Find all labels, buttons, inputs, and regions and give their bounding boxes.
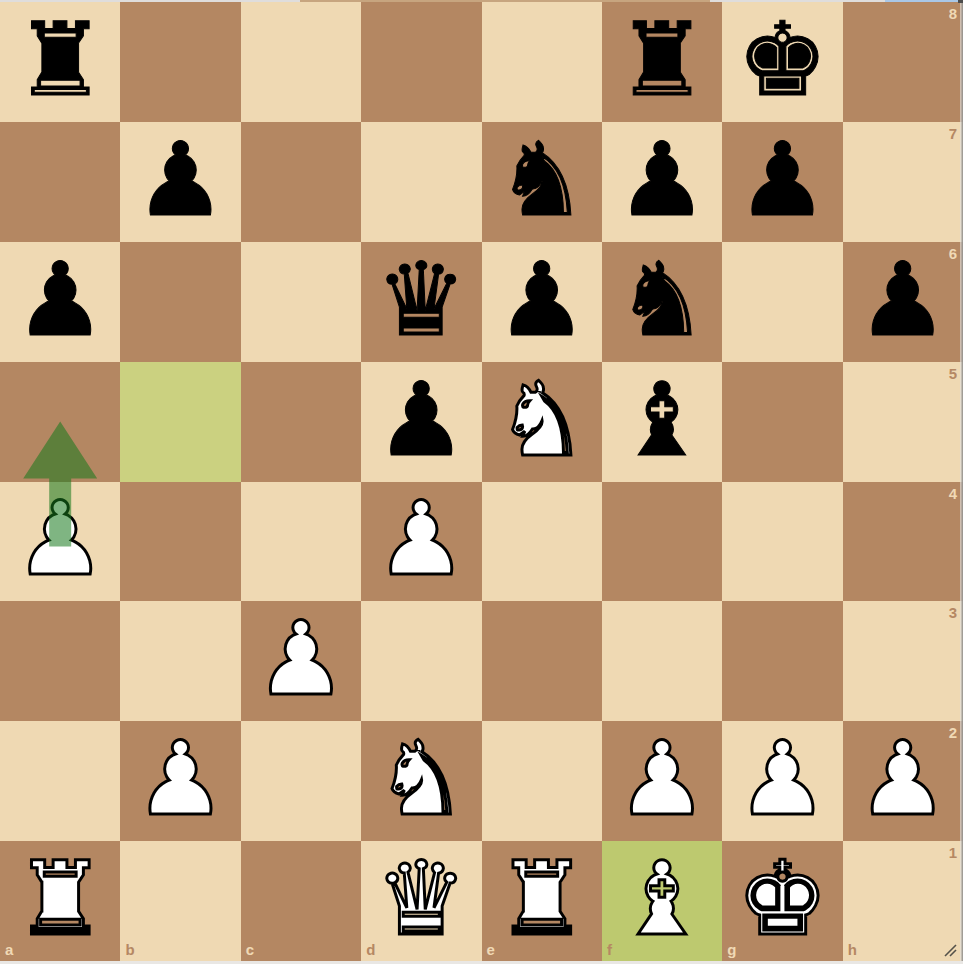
square-b4[interactable] <box>120 482 240 602</box>
rank-label-6: 6 <box>949 246 957 261</box>
square-a5[interactable] <box>0 362 120 482</box>
square-h5[interactable]: 5 <box>843 362 963 482</box>
file-label-e: e <box>487 942 495 957</box>
rank-label-4: 4 <box>949 486 957 501</box>
square-a4[interactable]: ♟ <box>0 482 120 602</box>
piece-black-r[interactable]: ♜ <box>14 9 105 111</box>
piece-white-p[interactable]: ♟ <box>857 728 948 830</box>
piece-white-p[interactable]: ♟ <box>737 728 828 830</box>
piece-white-n[interactable]: ♞ <box>496 369 587 471</box>
square-f3[interactable] <box>602 601 722 721</box>
square-f6[interactable]: ♞ <box>602 242 722 362</box>
chess-app: ♜♜♚8♟♞♟♟7♟♛♟♞♟6♟♞♝5♟♟4♟3♟♞♟♟♟2♜abc♛d♜e♝f… <box>0 0 963 964</box>
file-label-f: f <box>607 942 612 957</box>
horizontal-scrollbar[interactable] <box>0 0 963 2</box>
square-d4[interactable]: ♟ <box>361 482 481 602</box>
piece-black-p[interactable]: ♟ <box>135 129 226 231</box>
square-a2[interactable] <box>0 721 120 841</box>
rank-label-7: 7 <box>949 126 957 141</box>
square-c7[interactable] <box>241 122 361 242</box>
piece-black-p[interactable]: ♟ <box>616 129 707 231</box>
square-e7[interactable]: ♞ <box>482 122 602 242</box>
piece-white-p[interactable]: ♟ <box>135 728 226 830</box>
piece-white-k[interactable]: ♚ <box>737 848 828 950</box>
square-e5[interactable]: ♞ <box>482 362 602 482</box>
square-c8[interactable] <box>241 2 361 122</box>
rank-label-3: 3 <box>949 605 957 620</box>
horizontal-scrollbar-thumb[interactable] <box>300 0 710 2</box>
square-b6[interactable] <box>120 242 240 362</box>
chess-board: ♜♜♚8♟♞♟♟7♟♛♟♞♟6♟♞♝5♟♟4♟3♟♞♟♟♟2♜abc♛d♜e♝f… <box>0 2 963 961</box>
square-g1[interactable]: ♚g <box>722 841 842 961</box>
rank-label-2: 2 <box>949 725 957 740</box>
square-f5[interactable]: ♝ <box>602 362 722 482</box>
piece-black-p[interactable]: ♟ <box>496 249 587 351</box>
file-label-d: d <box>366 942 375 957</box>
piece-black-k[interactable]: ♚ <box>737 9 828 111</box>
rank-label-5: 5 <box>949 366 957 381</box>
piece-black-p[interactable]: ♟ <box>737 129 828 231</box>
square-f7[interactable]: ♟ <box>602 122 722 242</box>
square-g4[interactable] <box>722 482 842 602</box>
piece-black-n[interactable]: ♞ <box>496 129 587 231</box>
square-f8[interactable]: ♜ <box>602 2 722 122</box>
piece-white-r[interactable]: ♜ <box>496 848 587 950</box>
file-label-h: h <box>848 942 857 957</box>
square-b2[interactable]: ♟ <box>120 721 240 841</box>
square-c5[interactable] <box>241 362 361 482</box>
square-h2[interactable]: ♟2 <box>843 721 963 841</box>
square-f1[interactable]: ♝f <box>602 841 722 961</box>
piece-black-n[interactable]: ♞ <box>616 249 707 351</box>
file-label-b: b <box>125 942 134 957</box>
square-g3[interactable] <box>722 601 842 721</box>
square-c3[interactable]: ♟ <box>241 601 361 721</box>
square-d1[interactable]: ♛d <box>361 841 481 961</box>
piece-black-r[interactable]: ♜ <box>616 9 707 111</box>
square-d3[interactable] <box>361 601 481 721</box>
piece-white-q[interactable]: ♛ <box>376 848 467 950</box>
square-c2[interactable] <box>241 721 361 841</box>
square-f2[interactable]: ♟ <box>602 721 722 841</box>
square-a3[interactable] <box>0 601 120 721</box>
square-h4[interactable]: 4 <box>843 482 963 602</box>
square-a8[interactable]: ♜ <box>0 2 120 122</box>
square-f4[interactable] <box>602 482 722 602</box>
square-g8[interactable]: ♚ <box>722 2 842 122</box>
square-d5[interactable]: ♟ <box>361 362 481 482</box>
resize-grip-icon[interactable] <box>942 942 958 958</box>
piece-white-p[interactable]: ♟ <box>255 608 346 710</box>
square-d7[interactable] <box>361 122 481 242</box>
piece-white-r[interactable]: ♜ <box>14 848 105 950</box>
square-d6[interactable]: ♛ <box>361 242 481 362</box>
piece-white-n[interactable]: ♞ <box>376 728 467 830</box>
square-b5[interactable] <box>120 362 240 482</box>
square-c1[interactable]: c <box>241 841 361 961</box>
piece-black-p[interactable]: ♟ <box>857 249 948 351</box>
square-h6[interactable]: ♟6 <box>843 242 963 362</box>
square-c6[interactable] <box>241 242 361 362</box>
piece-black-p[interactable]: ♟ <box>376 369 467 471</box>
square-b8[interactable] <box>120 2 240 122</box>
piece-black-p[interactable]: ♟ <box>14 249 105 351</box>
file-label-g: g <box>727 942 736 957</box>
vertical-scrollbar-thumb[interactable] <box>885 0 958 2</box>
square-e8[interactable] <box>482 2 602 122</box>
square-b1[interactable]: b <box>120 841 240 961</box>
square-b3[interactable] <box>120 601 240 721</box>
piece-black-q[interactable]: ♛ <box>376 249 467 351</box>
square-c4[interactable] <box>241 482 361 602</box>
piece-white-p[interactable]: ♟ <box>376 488 467 590</box>
piece-white-b[interactable]: ♝ <box>616 848 707 950</box>
square-h8[interactable]: 8 <box>843 2 963 122</box>
rank-label-8: 8 <box>949 6 957 21</box>
square-e4[interactable] <box>482 482 602 602</box>
rank-label-1: 1 <box>949 845 957 860</box>
square-g6[interactable] <box>722 242 842 362</box>
file-label-c: c <box>246 942 254 957</box>
square-a6[interactable]: ♟ <box>0 242 120 362</box>
square-e2[interactable] <box>482 721 602 841</box>
piece-black-b[interactable]: ♝ <box>616 369 707 471</box>
file-label-a: a <box>5 942 13 957</box>
square-g5[interactable] <box>722 362 842 482</box>
square-e1[interactable]: ♜e <box>482 841 602 961</box>
square-a1[interactable]: ♜a <box>0 841 120 961</box>
square-h3[interactable]: 3 <box>843 601 963 721</box>
square-d8[interactable] <box>361 2 481 122</box>
square-d2[interactable]: ♞ <box>361 721 481 841</box>
square-e6[interactable]: ♟ <box>482 242 602 362</box>
square-a7[interactable] <box>0 122 120 242</box>
piece-white-p[interactable]: ♟ <box>616 728 707 830</box>
piece-white-p[interactable]: ♟ <box>14 488 105 590</box>
scrollbar-corner <box>958 0 963 3</box>
square-e3[interactable] <box>482 601 602 721</box>
square-h7[interactable]: 7 <box>843 122 963 242</box>
square-b7[interactable]: ♟ <box>120 122 240 242</box>
square-g7[interactable]: ♟ <box>722 122 842 242</box>
square-g2[interactable]: ♟ <box>722 721 842 841</box>
